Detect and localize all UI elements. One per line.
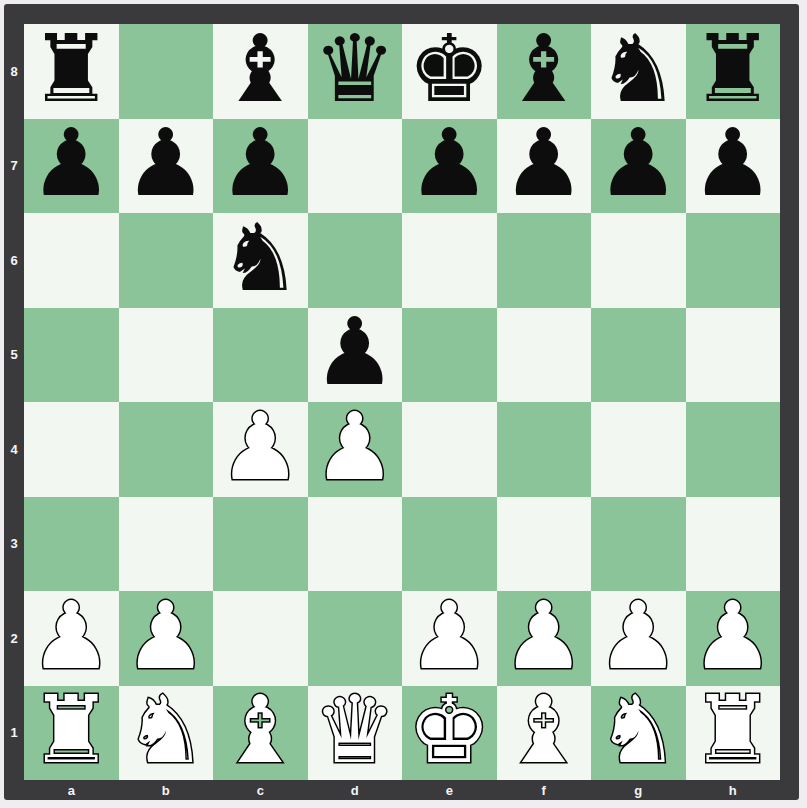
square-d7[interactable] [308, 119, 403, 214]
white-pawn[interactable]: ♟ [597, 590, 680, 683]
black-bishop[interactable]: ♝ [219, 23, 302, 116]
square-h1[interactable]: ♜ [686, 686, 781, 781]
file-label-e: e [402, 780, 497, 800]
square-g6[interactable] [591, 213, 686, 308]
square-a8[interactable]: ♜ [24, 24, 119, 119]
black-pawn[interactable]: ♟ [313, 306, 396, 399]
rank-label-6: 6 [4, 213, 24, 308]
rank-label-3: 3 [4, 497, 24, 592]
square-e6[interactable] [402, 213, 497, 308]
square-c7[interactable]: ♟ [213, 119, 308, 214]
square-e5[interactable] [402, 308, 497, 403]
square-b8[interactable] [119, 24, 214, 119]
black-pawn[interactable]: ♟ [124, 117, 207, 210]
square-f1[interactable]: ♝ [497, 686, 592, 781]
square-d2[interactable] [308, 591, 403, 686]
square-b2[interactable]: ♟ [119, 591, 214, 686]
square-a2[interactable]: ♟ [24, 591, 119, 686]
square-h6[interactable] [686, 213, 781, 308]
black-rook[interactable]: ♜ [691, 23, 774, 116]
black-pawn[interactable]: ♟ [30, 117, 113, 210]
white-knight[interactable]: ♞ [124, 684, 207, 777]
white-pawn[interactable]: ♟ [502, 590, 585, 683]
rank-label-2: 2 [4, 591, 24, 686]
black-pawn[interactable]: ♟ [408, 117, 491, 210]
white-king[interactable]: ♚ [408, 684, 491, 777]
rank-labels: 87654321 [4, 24, 24, 780]
square-a7[interactable]: ♟ [24, 119, 119, 214]
square-g3[interactable] [591, 497, 686, 592]
square-b3[interactable] [119, 497, 214, 592]
square-h7[interactable]: ♟ [686, 119, 781, 214]
file-label-c: c [213, 780, 308, 800]
square-f2[interactable]: ♟ [497, 591, 592, 686]
square-d8[interactable]: ♛ [308, 24, 403, 119]
white-bishop[interactable]: ♝ [219, 684, 302, 777]
rank-label-4: 4 [4, 402, 24, 497]
rank-label-5: 5 [4, 308, 24, 403]
square-f5[interactable] [497, 308, 592, 403]
square-h4[interactable] [686, 402, 781, 497]
square-g5[interactable] [591, 308, 686, 403]
square-e8[interactable]: ♚ [402, 24, 497, 119]
square-e7[interactable]: ♟ [402, 119, 497, 214]
white-pawn[interactable]: ♟ [30, 590, 113, 683]
square-d1[interactable]: ♛ [308, 686, 403, 781]
white-pawn[interactable]: ♟ [219, 401, 302, 494]
square-h2[interactable]: ♟ [686, 591, 781, 686]
square-c8[interactable]: ♝ [213, 24, 308, 119]
square-g7[interactable]: ♟ [591, 119, 686, 214]
square-h8[interactable]: ♜ [686, 24, 781, 119]
square-b7[interactable]: ♟ [119, 119, 214, 214]
square-f3[interactable] [497, 497, 592, 592]
square-f7[interactable]: ♟ [497, 119, 592, 214]
square-e4[interactable] [402, 402, 497, 497]
black-pawn[interactable]: ♟ [691, 117, 774, 210]
square-d4[interactable]: ♟ [308, 402, 403, 497]
black-knight[interactable]: ♞ [597, 23, 680, 116]
black-queen[interactable]: ♛ [313, 23, 396, 116]
white-rook[interactable]: ♜ [30, 684, 113, 777]
square-f4[interactable] [497, 402, 592, 497]
square-b6[interactable] [119, 213, 214, 308]
file-labels: abcdefgh [24, 780, 780, 800]
square-a1[interactable]: ♜ [24, 686, 119, 781]
square-b5[interactable] [119, 308, 214, 403]
black-pawn[interactable]: ♟ [502, 117, 585, 210]
board: ♜♝♛♚♝♞♜♟♟♟♟♟♟♟♞♟♟♟♟♟♟♟♟♟♜♞♝♛♚♝♞♜ [24, 24, 780, 780]
square-c6[interactable]: ♞ [213, 213, 308, 308]
white-rook[interactable]: ♜ [691, 684, 774, 777]
black-rook[interactable]: ♜ [30, 23, 113, 116]
square-f8[interactable]: ♝ [497, 24, 592, 119]
square-b1[interactable]: ♞ [119, 686, 214, 781]
file-label-a: a [24, 780, 119, 800]
file-label-g: g [591, 780, 686, 800]
square-h5[interactable] [686, 308, 781, 403]
square-d6[interactable] [308, 213, 403, 308]
file-label-h: h [686, 780, 781, 800]
file-label-b: b [119, 780, 214, 800]
white-pawn[interactable]: ♟ [124, 590, 207, 683]
white-pawn[interactable]: ♟ [408, 590, 491, 683]
square-g2[interactable]: ♟ [591, 591, 686, 686]
black-knight[interactable]: ♞ [219, 212, 302, 305]
black-bishop[interactable]: ♝ [502, 23, 585, 116]
black-pawn[interactable]: ♟ [219, 117, 302, 210]
square-d5[interactable]: ♟ [308, 308, 403, 403]
square-a5[interactable] [24, 308, 119, 403]
square-e2[interactable]: ♟ [402, 591, 497, 686]
square-e1[interactable]: ♚ [402, 686, 497, 781]
black-king[interactable]: ♚ [408, 23, 491, 116]
square-g4[interactable] [591, 402, 686, 497]
rank-label-1: 1 [4, 686, 24, 781]
square-a4[interactable] [24, 402, 119, 497]
rank-label-8: 8 [4, 24, 24, 119]
square-d3[interactable] [308, 497, 403, 592]
square-a6[interactable] [24, 213, 119, 308]
square-c5[interactable] [213, 308, 308, 403]
square-a3[interactable] [24, 497, 119, 592]
square-b4[interactable] [119, 402, 214, 497]
black-pawn[interactable]: ♟ [597, 117, 680, 210]
white-queen[interactable]: ♛ [313, 684, 396, 777]
square-c1[interactable]: ♝ [213, 686, 308, 781]
white-pawn[interactable]: ♟ [313, 401, 396, 494]
file-label-d: d [308, 780, 403, 800]
square-c4[interactable]: ♟ [213, 402, 308, 497]
white-pawn[interactable]: ♟ [691, 590, 774, 683]
file-label-f: f [497, 780, 592, 800]
square-g8[interactable]: ♞ [591, 24, 686, 119]
white-bishop[interactable]: ♝ [502, 684, 585, 777]
rank-label-7: 7 [4, 119, 24, 214]
square-e3[interactable] [402, 497, 497, 592]
square-c3[interactable] [213, 497, 308, 592]
white-knight[interactable]: ♞ [597, 684, 680, 777]
square-g1[interactable]: ♞ [591, 686, 686, 781]
square-f6[interactable] [497, 213, 592, 308]
square-h3[interactable] [686, 497, 781, 592]
square-c2[interactable] [213, 591, 308, 686]
